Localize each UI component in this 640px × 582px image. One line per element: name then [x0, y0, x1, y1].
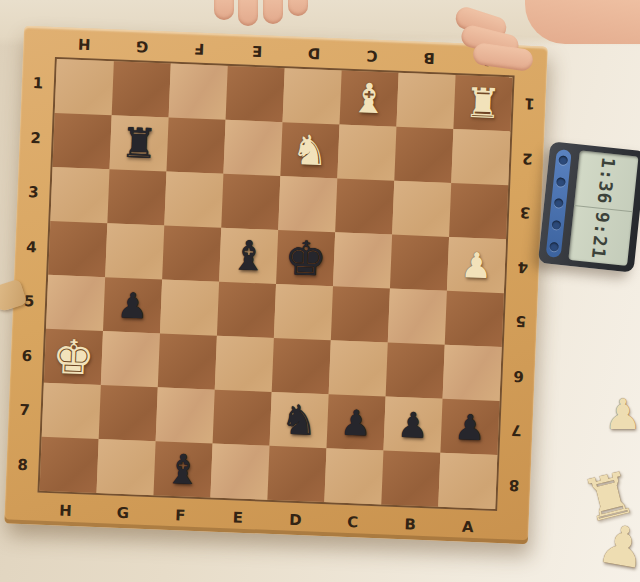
square-f6[interactable]	[158, 333, 217, 389]
square-h8[interactable]	[40, 437, 99, 493]
black-pawn-a7[interactable]: ♟	[454, 410, 487, 446]
square-d1[interactable]	[283, 68, 342, 124]
file-label-a: A	[438, 513, 496, 541]
white-bishop-c1[interactable]: ♝	[350, 78, 388, 120]
black-pawn-g5[interactable]: ♟	[116, 288, 149, 324]
rank-label-4: 4	[16, 219, 46, 275]
square-c6[interactable]	[329, 340, 388, 396]
square-b2[interactable]	[394, 127, 453, 183]
square-f3[interactable]	[164, 172, 223, 228]
file-label-h: H	[36, 497, 94, 525]
file-label-b: B	[400, 44, 458, 72]
clock-time-bottom: 9:21	[588, 211, 614, 260]
black-pawn-b7[interactable]: ♟	[397, 408, 430, 444]
clock-time-top: 1:36	[593, 156, 619, 205]
chess-clock[interactable]: 1:36 9:21	[538, 141, 640, 272]
finger	[288, 0, 308, 16]
square-f7[interactable]	[156, 387, 215, 443]
rank-label-7: 7	[501, 402, 531, 458]
rank-label-3: 3	[510, 184, 540, 240]
square-a3[interactable]	[449, 183, 508, 239]
square-g7[interactable]	[99, 385, 158, 441]
square-b8[interactable]	[381, 450, 440, 506]
square-g4[interactable]	[105, 223, 164, 279]
white-rook-a1[interactable]: ♜	[464, 83, 502, 125]
rank-label-6: 6	[12, 328, 42, 384]
file-label-d: D	[285, 39, 343, 67]
captured-white-pawn: ♟	[594, 516, 640, 578]
clock-button-1[interactable]	[558, 156, 568, 166]
rank-label-1: 1	[23, 56, 53, 112]
rank-label-1: 1	[514, 75, 544, 131]
square-e7[interactable]	[213, 390, 272, 446]
rank-label-7: 7	[10, 382, 40, 438]
finger	[263, 0, 283, 24]
square-b3[interactable]	[392, 181, 451, 237]
square-b5[interactable]	[388, 289, 447, 345]
black-rook-g2[interactable]: ♜	[120, 123, 158, 165]
palm	[525, 0, 640, 44]
square-f5[interactable]	[160, 279, 219, 335]
square-e6[interactable]	[215, 336, 274, 392]
square-h5[interactable]	[46, 275, 105, 331]
square-b4[interactable]	[390, 235, 449, 291]
rank-label-6: 6	[503, 348, 533, 404]
rank-label-5: 5	[506, 293, 536, 349]
clock-lcd: 1:36 9:21	[568, 150, 638, 266]
file-label-g: G	[94, 499, 152, 527]
rank-label-8: 8	[8, 437, 38, 493]
square-h1[interactable]	[55, 59, 114, 115]
square-e8[interactable]	[210, 444, 269, 500]
square-h7[interactable]	[42, 383, 101, 439]
black-knight-d7[interactable]: ♞	[280, 400, 318, 442]
square-c8[interactable]	[324, 448, 383, 504]
square-c3[interactable]	[335, 178, 394, 234]
square-g3[interactable]	[107, 169, 166, 225]
file-label-d: D	[266, 506, 324, 534]
square-c4[interactable]	[333, 232, 392, 288]
square-h2[interactable]	[53, 113, 112, 169]
clock-bottom-half: 9:21	[568, 205, 632, 266]
square-c2[interactable]	[337, 124, 396, 180]
square-d5[interactable]	[274, 284, 333, 340]
rank-label-8: 8	[499, 457, 529, 513]
file-label-f: F	[151, 501, 209, 529]
black-bishop-e4[interactable]: ♝	[229, 235, 267, 277]
child-hand-top-right	[455, 0, 640, 64]
file-label-b: B	[381, 510, 439, 538]
clock-button-5[interactable]	[549, 241, 559, 251]
file-label-f: F	[170, 35, 228, 63]
square-c5[interactable]	[331, 286, 390, 342]
square-h3[interactable]	[50, 167, 109, 223]
square-e1[interactable]	[226, 66, 285, 122]
file-label-c: C	[324, 508, 382, 536]
black-king-d4[interactable]: ♚	[284, 234, 328, 283]
square-g6[interactable]	[101, 331, 160, 387]
square-g8[interactable]	[97, 439, 156, 495]
square-f4[interactable]	[162, 225, 221, 281]
rank-label-2: 2	[512, 130, 542, 186]
square-d3[interactable]	[278, 176, 337, 232]
square-b6[interactable]	[386, 343, 445, 399]
square-d8[interactable]	[267, 446, 326, 502]
white-pawn-a4[interactable]: ♟	[460, 248, 493, 284]
finger	[214, 0, 234, 20]
captured-white-pawn: ♟	[604, 394, 640, 436]
square-a5[interactable]	[445, 291, 504, 347]
square-a8[interactable]	[438, 453, 497, 509]
board-play-area: ♜♝♞♜♟♚♝♟♚♞♟♟♟♝	[37, 57, 514, 511]
black-pawn-c7[interactable]: ♟	[340, 405, 373, 441]
white-king-h6[interactable]: ♚	[51, 333, 95, 382]
square-f1[interactable]	[169, 64, 228, 120]
file-label-g: G	[112, 32, 170, 60]
square-a6[interactable]	[443, 345, 502, 401]
square-g1[interactable]	[112, 61, 171, 117]
square-f2[interactable]	[166, 118, 225, 174]
black-bishop-f8[interactable]: ♝	[164, 449, 202, 491]
chess-board: HGFEDCBA HGFEDCBA 12345678 12345678 ♜♝♞♜…	[4, 26, 548, 545]
child-hand-top-center	[212, 0, 312, 28]
square-b1[interactable]	[396, 73, 455, 129]
board-grid	[40, 59, 513, 509]
file-label-e: E	[209, 504, 267, 532]
clock-button-4[interactable]	[551, 220, 561, 230]
clock-top-half: 1:36	[574, 150, 638, 210]
square-e5[interactable]	[217, 282, 276, 338]
rank-label-2: 2	[21, 110, 51, 166]
clock-button-2[interactable]	[556, 177, 566, 187]
rank-label-4: 4	[508, 239, 538, 295]
square-h4[interactable]	[48, 221, 107, 277]
file-label-h: H	[55, 30, 113, 58]
square-a2[interactable]	[451, 129, 510, 185]
white-knight-d2[interactable]: ♞	[291, 130, 329, 172]
finger	[238, 0, 258, 26]
square-e2[interactable]	[223, 120, 282, 176]
file-label-e: E	[227, 37, 285, 65]
clock-button-strip	[546, 149, 572, 258]
clock-button-3[interactable]	[554, 199, 564, 209]
file-label-c: C	[342, 42, 400, 70]
rank-label-3: 3	[18, 165, 48, 221]
square-e3[interactable]	[221, 174, 280, 230]
square-d6[interactable]	[272, 338, 331, 394]
